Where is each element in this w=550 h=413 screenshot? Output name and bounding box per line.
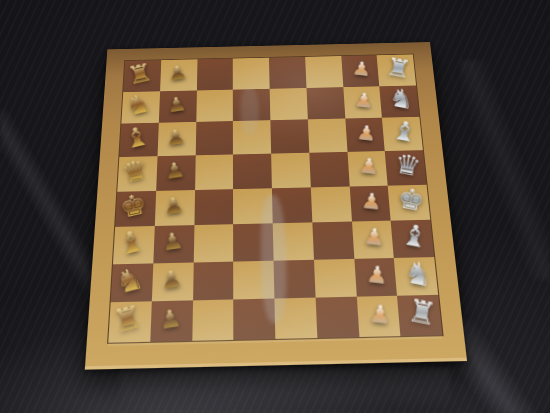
- board-square: [193, 261, 234, 300]
- board-square: [233, 223, 273, 261]
- board-square: ♚: [115, 190, 156, 227]
- gold-queen: ♛: [119, 155, 150, 188]
- board-square: [315, 297, 359, 338]
- silver-knight: ♞: [402, 256, 434, 291]
- board-square: ♟: [156, 155, 195, 190]
- silver-pawn: ♟: [360, 190, 382, 214]
- board-square: ♟: [152, 262, 194, 301]
- silver-pawn: ♟: [362, 225, 385, 250]
- gold-pawn: ♟: [163, 159, 186, 183]
- board-square: ♞: [379, 85, 419, 118]
- board-square: [269, 57, 306, 89]
- board-square: [233, 88, 270, 121]
- silver-pawn: ♟: [357, 155, 379, 178]
- board-square: [196, 89, 233, 122]
- board-square: ♝: [391, 220, 434, 258]
- silver-knight: ♞: [387, 85, 416, 114]
- gold-rook: ♜: [111, 301, 145, 339]
- board-square: ♜: [123, 60, 161, 92]
- board-square: [306, 87, 345, 120]
- board-square: [274, 298, 317, 339]
- board-square: ♟: [345, 118, 385, 152]
- board-frame: ♜♟♟♜♞♟♟♞♝♟♟♝♛♟♟♛♚♟♟♚♝♟♟♝♞♟♟♞♜♟♟♜: [85, 42, 467, 370]
- board-square: [233, 188, 272, 225]
- board-square: [311, 186, 352, 222]
- board-square: ♝: [119, 123, 158, 157]
- board-square: ♜: [377, 54, 416, 86]
- gold-knight: ♞: [113, 262, 146, 299]
- board-square: ♟: [349, 185, 391, 221]
- silver-bishop: ♝: [399, 219, 431, 253]
- silver-rook: ♜: [406, 294, 439, 331]
- silver-pawn: ♟: [353, 90, 374, 111]
- silver-bishop: ♝: [390, 116, 420, 146]
- board-square: [194, 189, 233, 226]
- gold-bishop: ♝: [121, 122, 152, 153]
- chess-board: ♜♟♟♜♞♟♟♞♝♟♟♝♛♟♟♛♚♟♟♚♝♟♟♝♞♟♟♞♜♟♟♜: [85, 42, 467, 370]
- silver-queen: ♛: [393, 149, 424, 181]
- board-square: [305, 56, 343, 88]
- board-square: [270, 88, 308, 121]
- board-square: [274, 260, 316, 299]
- board-square: [271, 153, 310, 188]
- gold-pawn: ♟: [159, 267, 183, 294]
- board-square: ♟: [160, 59, 197, 91]
- board-square: ♞: [121, 91, 160, 124]
- gold-pawn: ♟: [167, 63, 189, 84]
- board-square: [314, 259, 357, 298]
- gold-pawn: ♟: [164, 126, 186, 149]
- silver-pawn: ♟: [368, 301, 392, 328]
- board-square: ♛: [117, 156, 157, 191]
- board-square: [233, 120, 271, 154]
- board-square: ♟: [341, 55, 380, 87]
- board-square: ♟: [153, 225, 194, 263]
- board-square: ♜: [108, 302, 151, 343]
- gold-pawn: ♟: [161, 230, 185, 256]
- board-square: ♟: [356, 296, 400, 337]
- board-square: ♟: [155, 190, 195, 227]
- board-square: ♚: [388, 184, 430, 220]
- board-square: ♞: [394, 257, 438, 296]
- board-square: [233, 299, 275, 340]
- gold-king: ♚: [117, 190, 149, 224]
- cloth-fold-highlight: [120, 368, 450, 413]
- board-square: ♟: [157, 122, 196, 156]
- photo-backdrop: ♜♟♟♜♞♟♟♞♝♟♟♝♛♟♟♛♚♟♟♚♝♟♟♝♞♟♟♞♜♟♟♜: [0, 0, 550, 413]
- board-square: ♜: [397, 295, 442, 336]
- board-square: ♝: [382, 117, 423, 151]
- silver-pawn: ♟: [365, 263, 388, 289]
- cloth-fold-highlight: [460, 60, 550, 280]
- board-square: ♛: [385, 150, 427, 185]
- board-square: ♝: [113, 226, 155, 264]
- gold-knight: ♞: [123, 90, 153, 120]
- board-square: [195, 154, 234, 189]
- silver-king: ♚: [396, 184, 427, 217]
- silver-pawn: ♟: [351, 59, 372, 80]
- board-square: ♟: [354, 258, 397, 297]
- board-square: ♟: [343, 86, 382, 119]
- board-square: [196, 59, 233, 91]
- board-square: [233, 260, 274, 299]
- board-square: [270, 120, 309, 154]
- board-square: ♟: [159, 90, 197, 123]
- gold-pawn: ♟: [166, 94, 188, 116]
- silver-pawn: ♟: [355, 122, 377, 144]
- board-square: [312, 222, 354, 260]
- board-square: [193, 224, 233, 262]
- board-square: ♟: [347, 151, 388, 186]
- gold-rook: ♜: [125, 59, 155, 88]
- board-square: [273, 223, 314, 261]
- board-square: ♟: [351, 221, 394, 259]
- board-square: [272, 187, 312, 224]
- gold-pawn: ♟: [162, 194, 185, 219]
- board-square: ♟: [150, 301, 193, 342]
- board-square: [233, 153, 272, 188]
- cloth-fold-highlight: [0, 110, 95, 300]
- board-square: ♞: [111, 263, 153, 302]
- board-square: [195, 121, 233, 155]
- silver-rook: ♜: [384, 54, 413, 82]
- gold-bishop: ♝: [115, 225, 148, 260]
- board-square: [233, 58, 270, 90]
- board-grid: ♜♟♟♜♞♟♟♞♝♟♟♝♛♟♟♛♚♟♟♚♝♟♟♝♞♟♟♞♜♟♟♜: [108, 54, 442, 342]
- board-square: [192, 300, 234, 341]
- board-square: [308, 119, 347, 153]
- gold-pawn: ♟: [158, 305, 183, 333]
- board-square: [309, 152, 349, 187]
